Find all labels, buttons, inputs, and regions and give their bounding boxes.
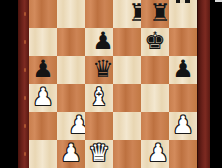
- chess-board[interactable]: ♜♜♟♚♟♛♟♟♝♟♟♟♛♟: [29, 0, 197, 168]
- piece-white-p-r3c0[interactable]: ♟: [29, 84, 57, 112]
- square-r3c0[interactable]: ♟: [29, 84, 57, 112]
- square-r4c0[interactable]: [29, 112, 57, 140]
- piece-black-p-r2c0[interactable]: ♟: [29, 56, 57, 84]
- square-r3c1[interactable]: [57, 84, 85, 112]
- ui-fragment-top-right: [215, 0, 222, 2]
- rank-mark-0: [24, 12, 26, 16]
- piece-black-k-r1c4[interactable]: ♚: [141, 28, 169, 56]
- square-r1c0[interactable]: [29, 28, 57, 56]
- square-r2c5[interactable]: ♟: [169, 56, 197, 84]
- square-r0c3[interactable]: ♜: [113, 0, 141, 28]
- cropped-piece-sliver: [176, 0, 190, 3]
- square-r3c3[interactable]: [113, 84, 141, 112]
- board-frame-right: [197, 0, 210, 168]
- square-r5c3[interactable]: [113, 140, 141, 168]
- piece-white-b-r3c2[interactable]: ♝: [85, 84, 113, 112]
- square-r5c5[interactable]: [169, 140, 197, 168]
- square-r4c5[interactable]: ♟: [169, 112, 197, 140]
- piece-white-q-r5c2[interactable]: ♛: [85, 140, 113, 168]
- square-r3c4[interactable]: [141, 84, 169, 112]
- square-r2c2[interactable]: ♛: [85, 56, 113, 84]
- square-r1c3[interactable]: [113, 28, 141, 56]
- rank-mark-2: [24, 68, 26, 72]
- square-r1c5[interactable]: [169, 28, 197, 56]
- piece-white-p-r4c5[interactable]: ♟: [169, 112, 197, 140]
- square-r5c4[interactable]: ♟: [141, 140, 169, 168]
- square-r0c5[interactable]: [169, 0, 197, 28]
- square-r4c1[interactable]: ♟: [57, 112, 85, 140]
- square-r2c0[interactable]: ♟: [29, 56, 57, 84]
- square-r3c5[interactable]: [169, 84, 197, 112]
- piece-white-p-r5c1[interactable]: ♟: [57, 140, 85, 168]
- square-r0c4[interactable]: ♜: [141, 0, 169, 28]
- square-r1c4[interactable]: ♚: [141, 28, 169, 56]
- square-r1c2[interactable]: ♟: [85, 28, 113, 56]
- square-r0c2[interactable]: [85, 0, 113, 28]
- square-r4c4[interactable]: [141, 112, 169, 140]
- piece-black-p-r2c5[interactable]: ♟: [169, 56, 197, 84]
- piece-white-p-r5c4[interactable]: ♟: [144, 140, 172, 168]
- rank-mark-1: [24, 40, 26, 44]
- square-r2c4[interactable]: [141, 56, 169, 84]
- rank-mark-5: [24, 152, 26, 156]
- square-r5c1[interactable]: ♟: [57, 140, 85, 168]
- rank-mark-4: [24, 124, 26, 128]
- square-r4c3[interactable]: [113, 112, 141, 140]
- square-r0c1[interactable]: [57, 0, 85, 28]
- square-r2c1[interactable]: [57, 56, 85, 84]
- square-r3c2[interactable]: ♝: [85, 84, 113, 112]
- square-r4c2[interactable]: [85, 112, 113, 140]
- square-r1c1[interactable]: [57, 28, 85, 56]
- chess-app-screenshot: ♜♜♟♚♟♛♟♟♝♟♟♟♛♟: [0, 0, 222, 168]
- rank-mark-3: [24, 96, 26, 100]
- square-r0c0[interactable]: [29, 0, 57, 28]
- square-r2c3[interactable]: [113, 56, 141, 84]
- square-r5c0[interactable]: [29, 140, 57, 168]
- square-r5c2[interactable]: ♛: [85, 140, 113, 168]
